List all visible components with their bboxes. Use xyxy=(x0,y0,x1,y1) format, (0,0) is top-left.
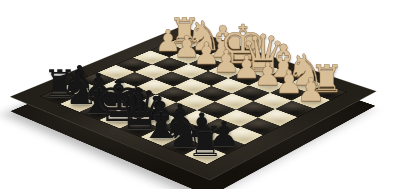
chess-set-photo: ♜♞♝♚♛♝♞♜♟♟♟♟♟♟♟♟♟♟♟♟♟♟♟♟♜♞♝♚♛♝♞♜ xyxy=(0,0,400,189)
chess-board xyxy=(10,26,377,180)
